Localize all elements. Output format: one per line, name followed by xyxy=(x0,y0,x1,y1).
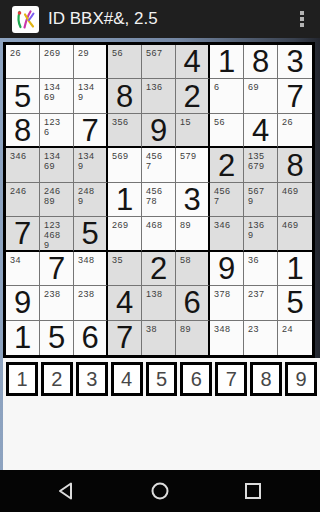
cell-r5c1[interactable]: 246 xyxy=(6,183,40,217)
cell-r3c5[interactable]: 9 xyxy=(142,114,176,148)
cell-r9c2[interactable]: 5 xyxy=(40,321,74,355)
cell-value: 3 xyxy=(176,183,208,216)
cell-r5c8[interactable]: 567 9 xyxy=(244,183,278,217)
cell-candidates: 456 7 xyxy=(214,186,231,206)
cell-r4c1[interactable]: 346 xyxy=(6,148,40,182)
cell-r4c3[interactable]: 134 9 xyxy=(74,148,108,182)
cell-candidates: 134 9 xyxy=(78,82,95,102)
cell-candidates: 567 9 xyxy=(248,186,265,206)
cell-r7c4[interactable]: 35 xyxy=(108,252,142,286)
cell-candidates: 348 xyxy=(214,324,231,334)
numpad-button-3[interactable]: 3 xyxy=(76,362,108,396)
cell-r8c8[interactable]: 237 xyxy=(244,286,278,320)
cell-candidates: 69 xyxy=(248,82,259,92)
cell-r7c7[interactable]: 9 xyxy=(210,252,244,286)
cell-r1c3[interactable]: 29 xyxy=(74,45,108,79)
app-title: ID BBX#&, 2.5 xyxy=(48,9,294,29)
cell-value: 1 xyxy=(210,45,243,78)
cell-value: 1 xyxy=(6,321,39,355)
cell-r7c3[interactable]: 348 xyxy=(74,252,108,286)
sudoku-app-screen: ID BBX#&, 2.5 26269295656741835134 69134… xyxy=(0,0,320,512)
cell-value: 2 xyxy=(176,79,208,112)
cell-candidates: 246 89 xyxy=(44,186,61,206)
cell-r8c1[interactable]: 9 xyxy=(6,286,40,320)
cell-r5c3[interactable]: 248 9 xyxy=(74,183,108,217)
cell-r2c2[interactable]: 134 69 xyxy=(40,79,74,113)
cell-candidates: 24 xyxy=(282,324,293,334)
cell-value: 7 xyxy=(6,217,39,249)
cell-candidates: 26 xyxy=(282,117,293,127)
cell-r6c9[interactable]: 469 xyxy=(278,217,312,251)
sudoku-board: 26269295656741835134 69134 9813626697812… xyxy=(3,42,315,358)
cell-r1c4[interactable]: 56 xyxy=(108,45,142,79)
cell-candidates: 35 xyxy=(112,255,123,265)
cell-candidates: 468 xyxy=(146,220,163,230)
cell-value: 7 xyxy=(40,252,73,285)
cell-r7c5[interactable]: 2 xyxy=(142,252,176,286)
cell-candidates: 456 78 xyxy=(146,186,163,206)
recents-icon[interactable] xyxy=(242,480,264,502)
cell-candidates: 89 xyxy=(180,324,191,334)
cell-r3c9[interactable]: 26 xyxy=(278,114,312,148)
cell-r9c6[interactable]: 89 xyxy=(176,321,210,355)
numpad-button-9[interactable]: 9 xyxy=(285,362,317,396)
cell-candidates: 123 468 9 xyxy=(44,220,61,250)
cell-r5c2[interactable]: 246 89 xyxy=(40,183,74,217)
cell-value: 5 xyxy=(40,321,73,355)
cell-r9c4[interactable]: 7 xyxy=(108,321,142,355)
cell-candidates: 134 69 xyxy=(44,151,61,171)
cell-candidates: 34 xyxy=(10,255,21,265)
cell-r8c2[interactable]: 238 xyxy=(40,286,74,320)
cell-r3c2[interactable]: 123 6 xyxy=(40,114,74,148)
cell-r8c6[interactable]: 6 xyxy=(176,286,210,320)
cell-r6c2[interactable]: 123 468 9 xyxy=(40,217,74,251)
cell-candidates: 238 xyxy=(78,289,95,299)
numpad-button-8[interactable]: 8 xyxy=(250,362,282,396)
cell-candidates: 138 xyxy=(146,289,163,299)
cell-candidates: 378 xyxy=(214,289,231,299)
cell-candidates: 136 9 xyxy=(248,220,265,240)
cell-r3c8[interactable]: 4 xyxy=(244,114,278,148)
bottom-panel: 123456789 xyxy=(3,358,320,470)
cell-r7c2[interactable]: 7 xyxy=(40,252,74,286)
cell-r2c1[interactable]: 5 xyxy=(6,79,40,113)
numpad-button-2[interactable]: 2 xyxy=(41,362,73,396)
cell-r6c7[interactable]: 346 xyxy=(210,217,244,251)
cell-r1c6[interactable]: 4 xyxy=(176,45,210,79)
cell-candidates: 569 xyxy=(112,151,129,161)
cell-candidates: 26 xyxy=(10,48,21,58)
cell-value: 1 xyxy=(108,183,141,216)
cell-r4c9[interactable]: 8 xyxy=(278,148,312,182)
cell-r2c7[interactable]: 6 xyxy=(210,79,244,113)
cell-value: 4 xyxy=(108,286,141,319)
cell-candidates: 135 679 xyxy=(248,151,265,171)
cell-candidates: 238 xyxy=(44,289,61,299)
cell-r4c8[interactable]: 135 679 xyxy=(244,148,278,182)
cell-candidates: 56 xyxy=(214,117,225,127)
cell-value: 5 xyxy=(6,79,39,112)
cell-candidates: 36 xyxy=(248,255,259,265)
cell-r1c5[interactable]: 567 xyxy=(142,45,176,79)
cell-value: 4 xyxy=(176,45,208,78)
sudoku-app-icon xyxy=(12,6,39,33)
cell-r6c4[interactable]: 269 xyxy=(108,217,142,251)
cell-r4c5[interactable]: 456 7 xyxy=(142,148,176,182)
cell-r1c2[interactable]: 269 xyxy=(40,45,74,79)
cell-value: 8 xyxy=(108,79,141,112)
cell-candidates: 567 xyxy=(146,48,163,58)
cell-r5c6[interactable]: 3 xyxy=(176,183,210,217)
cell-r5c5[interactable]: 456 78 xyxy=(142,183,176,217)
cell-candidates: 469 xyxy=(282,186,299,196)
numpad-button-1[interactable]: 1 xyxy=(6,362,38,396)
cell-r3c3[interactable]: 7 xyxy=(74,114,108,148)
cell-value: 8 xyxy=(6,114,39,146)
cell-r8c3[interactable]: 238 xyxy=(74,286,108,320)
cell-r3c4[interactable]: 356 xyxy=(108,114,142,148)
cell-r1c1[interactable]: 26 xyxy=(6,45,40,79)
cell-value: 3 xyxy=(278,45,312,78)
cell-r1c7[interactable]: 1 xyxy=(210,45,244,79)
cell-candidates: 15 xyxy=(180,117,191,127)
cell-candidates: 456 7 xyxy=(146,151,163,171)
cell-r9c3[interactable]: 6 xyxy=(74,321,108,355)
cell-candidates: 58 xyxy=(180,255,191,265)
cell-value: 1 xyxy=(278,252,312,285)
cell-candidates: 6 xyxy=(214,82,220,92)
cell-r4c2[interactable]: 134 69 xyxy=(40,148,74,182)
cell-candidates: 123 6 xyxy=(44,117,61,137)
cell-candidates: 237 xyxy=(248,289,265,299)
cell-r7c6[interactable]: 58 xyxy=(176,252,210,286)
cell-r8c5[interactable]: 138 xyxy=(142,286,176,320)
cell-value: 9 xyxy=(6,286,39,319)
cell-r6c6[interactable]: 89 xyxy=(176,217,210,251)
cell-r9c5[interactable]: 38 xyxy=(142,321,176,355)
cell-r3c7[interactable]: 56 xyxy=(210,114,244,148)
cell-candidates: 38 xyxy=(146,324,157,334)
cell-value: 5 xyxy=(278,286,312,319)
cell-r6c3[interactable]: 5 xyxy=(74,217,108,251)
cell-r7c8[interactable]: 36 xyxy=(244,252,278,286)
cell-candidates: 356 xyxy=(112,117,129,127)
cell-value: 4 xyxy=(244,114,277,146)
cell-value: 2 xyxy=(210,148,243,181)
cell-r7c1[interactable]: 34 xyxy=(6,252,40,286)
cell-value: 9 xyxy=(142,114,175,146)
cell-candidates: 579 xyxy=(180,151,197,161)
title-bar: ID BBX#&, 2.5 xyxy=(0,0,320,38)
cell-r2c3[interactable]: 134 9 xyxy=(74,79,108,113)
cell-r2c9[interactable]: 7 xyxy=(278,79,312,113)
cell-candidates: 89 xyxy=(180,220,191,230)
cell-r2c6[interactable]: 2 xyxy=(176,79,210,113)
cell-value: 5 xyxy=(74,217,106,249)
cell-r4c7[interactable]: 2 xyxy=(210,148,244,182)
cell-candidates: 346 xyxy=(214,220,231,230)
cell-r9c9[interactable]: 24 xyxy=(278,321,312,355)
numpad-button-5[interactable]: 5 xyxy=(146,362,178,396)
cell-value: 9 xyxy=(210,252,243,285)
number-pad: 123456789 xyxy=(6,362,317,396)
cell-value: 7 xyxy=(74,114,106,146)
cell-r6c8[interactable]: 136 9 xyxy=(244,217,278,251)
cell-value: 2 xyxy=(142,252,175,285)
cell-r5c7[interactable]: 456 7 xyxy=(210,183,244,217)
cell-r3c6[interactable]: 15 xyxy=(176,114,210,148)
cell-r2c8[interactable]: 69 xyxy=(244,79,278,113)
cell-value: 8 xyxy=(244,45,277,78)
cell-r1c9[interactable]: 3 xyxy=(278,45,312,79)
cell-candidates: 246 xyxy=(10,186,27,196)
cell-candidates: 136 xyxy=(146,82,163,92)
home-icon[interactable] xyxy=(149,480,171,502)
cell-r8c9[interactable]: 5 xyxy=(278,286,312,320)
cell-value: 6 xyxy=(74,321,106,355)
cell-r6c1[interactable]: 7 xyxy=(6,217,40,251)
cell-r1c8[interactable]: 8 xyxy=(244,45,278,79)
cell-candidates: 29 xyxy=(78,48,89,58)
cell-candidates: 346 xyxy=(10,151,27,161)
cell-r3c1[interactable]: 8 xyxy=(6,114,40,148)
cell-value: 7 xyxy=(278,79,312,112)
cell-r6c5[interactable]: 468 xyxy=(142,217,176,251)
back-icon[interactable] xyxy=(56,480,78,502)
cell-value: 7 xyxy=(108,321,141,355)
cell-r8c7[interactable]: 378 xyxy=(210,286,244,320)
cell-r8c4[interactable]: 4 xyxy=(108,286,142,320)
cell-value: 8 xyxy=(278,148,312,181)
cell-candidates: 56 xyxy=(112,48,123,58)
cell-r7c9[interactable]: 1 xyxy=(278,252,312,286)
numpad-button-4[interactable]: 4 xyxy=(111,362,143,396)
numpad-button-7[interactable]: 7 xyxy=(215,362,247,396)
cell-candidates: 23 xyxy=(248,324,259,334)
cell-value: 6 xyxy=(176,286,208,319)
cell-candidates: 348 xyxy=(78,255,95,265)
cell-candidates: 269 xyxy=(44,48,61,58)
cell-candidates: 134 9 xyxy=(78,151,95,171)
cell-r9c7[interactable]: 348 xyxy=(210,321,244,355)
cell-r2c4[interactable]: 8 xyxy=(108,79,142,113)
cell-r2c5[interactable]: 136 xyxy=(142,79,176,113)
cell-candidates: 134 69 xyxy=(44,82,61,102)
numpad-button-6[interactable]: 6 xyxy=(180,362,212,396)
cell-candidates: 248 9 xyxy=(78,186,95,206)
cell-r9c1[interactable]: 1 xyxy=(6,321,40,355)
android-nav-bar xyxy=(0,470,320,512)
cell-r5c9[interactable]: 469 xyxy=(278,183,312,217)
cell-r4c4[interactable]: 569 xyxy=(108,148,142,182)
cell-r9c8[interactable]: 23 xyxy=(244,321,278,355)
cell-candidates: 269 xyxy=(112,220,129,230)
cell-r4c6[interactable]: 579 xyxy=(176,148,210,182)
overflow-menu-icon[interactable] xyxy=(294,6,310,32)
cell-candidates: 469 xyxy=(282,220,299,230)
sudoku-grid: 26269295656741835134 69134 9813626697812… xyxy=(6,45,312,355)
cell-r5c4[interactable]: 1 xyxy=(108,183,142,217)
